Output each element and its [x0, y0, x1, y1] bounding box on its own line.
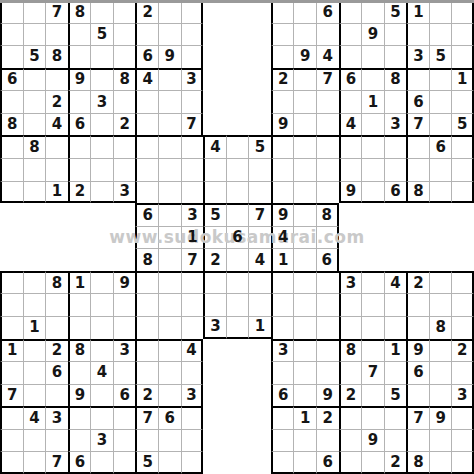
- cell-r17c18[interactable]: [406, 384, 429, 407]
- cell-r16c1[interactable]: [23, 361, 46, 384]
- cell-r20c8[interactable]: [181, 451, 204, 474]
- cell-r20c19[interactable]: [429, 451, 452, 474]
- cell-r16c7[interactable]: [158, 361, 181, 384]
- cell-r1c0[interactable]: [0, 23, 23, 46]
- cell-r3c16[interactable]: [361, 68, 384, 91]
- cell-r14c14[interactable]: [316, 316, 339, 339]
- cell-r13c17[interactable]: [384, 293, 407, 316]
- cell-r8c11[interactable]: [248, 181, 271, 204]
- cell-r5c17[interactable]: 3: [384, 113, 407, 136]
- cell-r0c15[interactable]: [339, 0, 362, 23]
- cell-r13c15[interactable]: [339, 293, 362, 316]
- cell-r7c13[interactable]: [293, 158, 316, 181]
- cell-r9c14[interactable]: 8: [316, 203, 339, 226]
- cell-r7c16[interactable]: [361, 158, 384, 181]
- cell-r4c12[interactable]: [271, 90, 294, 113]
- cell-r0c13[interactable]: [293, 0, 316, 23]
- cell-r7c11[interactable]: [248, 158, 271, 181]
- cell-r7c20[interactable]: [451, 158, 474, 181]
- cell-r16c20[interactable]: [451, 361, 474, 384]
- cell-r16c13[interactable]: [293, 361, 316, 384]
- cell-r18c15[interactable]: [339, 406, 362, 429]
- cell-r18c20[interactable]: [451, 406, 474, 429]
- cell-r1c2[interactable]: [45, 23, 68, 46]
- cell-r7c18[interactable]: [406, 158, 429, 181]
- cell-r12c16[interactable]: [361, 271, 384, 294]
- cell-r15c19[interactable]: [429, 339, 452, 362]
- cell-r8c12[interactable]: [271, 181, 294, 204]
- cell-r4c2[interactable]: 2: [45, 90, 68, 113]
- cell-r9c10[interactable]: [226, 203, 249, 226]
- cell-r6c4[interactable]: [90, 135, 113, 158]
- cell-r15c18[interactable]: 9: [406, 339, 429, 362]
- cell-r12c7[interactable]: [158, 271, 181, 294]
- cell-r9c6[interactable]: 6: [135, 203, 158, 226]
- cell-r5c18[interactable]: 7: [406, 113, 429, 136]
- cell-r15c17[interactable]: 1: [384, 339, 407, 362]
- cell-r12c3[interactable]: 1: [68, 271, 91, 294]
- cell-r16c18[interactable]: 6: [406, 361, 429, 384]
- cell-r0c3[interactable]: 8: [68, 0, 91, 23]
- cell-r8c0[interactable]: [0, 181, 23, 204]
- cell-r19c4[interactable]: 3: [90, 429, 113, 452]
- cell-r3c20[interactable]: 1: [451, 68, 474, 91]
- cell-r13c16[interactable]: [361, 293, 384, 316]
- cell-r16c5[interactable]: [113, 361, 136, 384]
- cell-r5c1[interactable]: [23, 113, 46, 136]
- cell-r8c3[interactable]: 2: [68, 181, 91, 204]
- cell-r7c12[interactable]: [271, 158, 294, 181]
- cell-r17c15[interactable]: 2: [339, 384, 362, 407]
- cell-r17c8[interactable]: 3: [181, 384, 204, 407]
- cell-r20c18[interactable]: 8: [406, 451, 429, 474]
- cell-r2c18[interactable]: 3: [406, 45, 429, 68]
- cell-r12c0[interactable]: [0, 271, 23, 294]
- cell-r14c16[interactable]: [361, 316, 384, 339]
- cell-r18c17[interactable]: [384, 406, 407, 429]
- cell-r16c19[interactable]: [429, 361, 452, 384]
- cell-r4c18[interactable]: 6: [406, 90, 429, 113]
- cell-r4c6[interactable]: [135, 90, 158, 113]
- cell-r18c5[interactable]: [113, 406, 136, 429]
- cell-r9c12[interactable]: 9: [271, 203, 294, 226]
- cell-r8c6[interactable]: [135, 181, 158, 204]
- cell-r10c10[interactable]: 6: [226, 226, 249, 249]
- cell-r6c13[interactable]: [293, 135, 316, 158]
- cell-r4c13[interactable]: [293, 90, 316, 113]
- cell-r18c8[interactable]: [181, 406, 204, 429]
- cell-r14c13[interactable]: [293, 316, 316, 339]
- cell-r7c10[interactable]: [226, 158, 249, 181]
- cell-r6c2[interactable]: [45, 135, 68, 158]
- cell-r4c7[interactable]: [158, 90, 181, 113]
- cell-r12c6[interactable]: [135, 271, 158, 294]
- cell-r3c13[interactable]: [293, 68, 316, 91]
- cell-r3c1[interactable]: [23, 68, 46, 91]
- cell-r13c8[interactable]: [181, 293, 204, 316]
- cell-r17c16[interactable]: [361, 384, 384, 407]
- cell-r20c17[interactable]: 2: [384, 451, 407, 474]
- cell-r6c7[interactable]: [158, 135, 181, 158]
- cell-r5c2[interactable]: 4: [45, 113, 68, 136]
- cell-r2c17[interactable]: [384, 45, 407, 68]
- cell-r8c14[interactable]: [316, 181, 339, 204]
- cell-r12c20[interactable]: [451, 271, 474, 294]
- cell-r1c17[interactable]: [384, 23, 407, 46]
- cell-r1c5[interactable]: [113, 23, 136, 46]
- cell-r3c3[interactable]: 9: [68, 68, 91, 91]
- cell-r18c14[interactable]: 2: [316, 406, 339, 429]
- cell-r1c8[interactable]: [181, 23, 204, 46]
- cell-r20c2[interactable]: 7: [45, 451, 68, 474]
- cell-r8c18[interactable]: 8: [406, 181, 429, 204]
- cell-r7c1[interactable]: [23, 158, 46, 181]
- cell-r0c5[interactable]: [113, 0, 136, 23]
- cell-r11c12[interactable]: 1: [271, 248, 294, 271]
- cell-r0c6[interactable]: 2: [135, 0, 158, 23]
- cell-r13c14[interactable]: [316, 293, 339, 316]
- cell-r6c17[interactable]: [384, 135, 407, 158]
- cell-r6c16[interactable]: [361, 135, 384, 158]
- cell-r9c7[interactable]: [158, 203, 181, 226]
- cell-r8c8[interactable]: [181, 181, 204, 204]
- cell-r13c18[interactable]: [406, 293, 429, 316]
- cell-r12c4[interactable]: [90, 271, 113, 294]
- cell-r18c16[interactable]: [361, 406, 384, 429]
- cell-r4c14[interactable]: [316, 90, 339, 113]
- cell-r19c1[interactable]: [23, 429, 46, 452]
- cell-r8c19[interactable]: [429, 181, 452, 204]
- cell-r17c13[interactable]: [293, 384, 316, 407]
- cell-r2c1[interactable]: 5: [23, 45, 46, 68]
- cell-r18c0[interactable]: [0, 406, 23, 429]
- cell-r19c16[interactable]: 9: [361, 429, 384, 452]
- cell-r14c4[interactable]: [90, 316, 113, 339]
- cell-r3c0[interactable]: 6: [0, 68, 23, 91]
- cell-r1c14[interactable]: [316, 23, 339, 46]
- cell-r5c6[interactable]: [135, 113, 158, 136]
- cell-r17c17[interactable]: 5: [384, 384, 407, 407]
- cell-r20c5[interactable]: [113, 451, 136, 474]
- cell-r20c15[interactable]: [339, 451, 362, 474]
- cell-r2c6[interactable]: 6: [135, 45, 158, 68]
- cell-r17c7[interactable]: [158, 384, 181, 407]
- cell-r4c16[interactable]: 1: [361, 90, 384, 113]
- cell-r2c5[interactable]: [113, 45, 136, 68]
- cell-r6c18[interactable]: [406, 135, 429, 158]
- cell-r5c4[interactable]: [90, 113, 113, 136]
- cell-r18c6[interactable]: 7: [135, 406, 158, 429]
- cell-r13c11[interactable]: [248, 293, 271, 316]
- cell-r10c11[interactable]: [248, 226, 271, 249]
- cell-r3c18[interactable]: [406, 68, 429, 91]
- cell-r12c5[interactable]: 9: [113, 271, 136, 294]
- cell-r18c1[interactable]: 4: [23, 406, 46, 429]
- cell-r14c10[interactable]: [226, 316, 249, 339]
- cell-r7c7[interactable]: [158, 158, 181, 181]
- cell-r10c6[interactable]: [135, 226, 158, 249]
- cell-r20c1[interactable]: [23, 451, 46, 474]
- cell-r7c6[interactable]: [135, 158, 158, 181]
- cell-r9c13[interactable]: [293, 203, 316, 226]
- cell-r17c6[interactable]: 2: [135, 384, 158, 407]
- cell-r19c6[interactable]: [135, 429, 158, 452]
- cell-r13c3[interactable]: [68, 293, 91, 316]
- cell-r3c15[interactable]: 6: [339, 68, 362, 91]
- cell-r5c19[interactable]: [429, 113, 452, 136]
- cell-r2c13[interactable]: 9: [293, 45, 316, 68]
- cell-r19c12[interactable]: [271, 429, 294, 452]
- cell-r14c0[interactable]: [0, 316, 23, 339]
- cell-r20c7[interactable]: [158, 451, 181, 474]
- cell-r16c4[interactable]: 4: [90, 361, 113, 384]
- cell-r15c5[interactable]: 3: [113, 339, 136, 362]
- cell-r10c9[interactable]: [203, 226, 226, 249]
- cell-r4c1[interactable]: [23, 90, 46, 113]
- cell-r8c17[interactable]: 6: [384, 181, 407, 204]
- cell-r14c9[interactable]: 3: [203, 316, 226, 339]
- cell-r4c5[interactable]: [113, 90, 136, 113]
- cell-r4c0[interactable]: [0, 90, 23, 113]
- cell-r6c6[interactable]: [135, 135, 158, 158]
- cell-r6c14[interactable]: [316, 135, 339, 158]
- cell-r2c7[interactable]: 9: [158, 45, 181, 68]
- cell-r8c4[interactable]: [90, 181, 113, 204]
- cell-r14c17[interactable]: [384, 316, 407, 339]
- cell-r19c2[interactable]: [45, 429, 68, 452]
- cell-r8c20[interactable]: [451, 181, 474, 204]
- cell-r14c8[interactable]: [181, 316, 204, 339]
- cell-r4c4[interactable]: 3: [90, 90, 113, 113]
- cell-r13c13[interactable]: [293, 293, 316, 316]
- cell-r14c5[interactable]: [113, 316, 136, 339]
- cell-r2c2[interactable]: 8: [45, 45, 68, 68]
- cell-r11c10[interactable]: [226, 248, 249, 271]
- cell-r16c2[interactable]: 6: [45, 361, 68, 384]
- cell-r15c20[interactable]: 2: [451, 339, 474, 362]
- cell-r7c9[interactable]: [203, 158, 226, 181]
- cell-r0c14[interactable]: 6: [316, 0, 339, 23]
- cell-r15c8[interactable]: 4: [181, 339, 204, 362]
- cell-r7c4[interactable]: [90, 158, 113, 181]
- cell-r16c16[interactable]: 7: [361, 361, 384, 384]
- cell-r15c1[interactable]: [23, 339, 46, 362]
- cell-r0c7[interactable]: [158, 0, 181, 23]
- cell-r10c12[interactable]: 4: [271, 226, 294, 249]
- cell-r8c2[interactable]: 1: [45, 181, 68, 204]
- cell-r15c15[interactable]: 8: [339, 339, 362, 362]
- cell-r18c18[interactable]: 7: [406, 406, 429, 429]
- cell-r15c4[interactable]: [90, 339, 113, 362]
- cell-r14c11[interactable]: 1: [248, 316, 271, 339]
- cell-r6c9[interactable]: 4: [203, 135, 226, 158]
- cell-r10c8[interactable]: 1: [181, 226, 204, 249]
- cell-r3c8[interactable]: 3: [181, 68, 204, 91]
- cell-r2c14[interactable]: 4: [316, 45, 339, 68]
- cell-r1c19[interactable]: [429, 23, 452, 46]
- cell-r14c2[interactable]: [45, 316, 68, 339]
- cell-r14c3[interactable]: [68, 316, 91, 339]
- cell-r0c12[interactable]: [271, 0, 294, 23]
- cell-r18c12[interactable]: [271, 406, 294, 429]
- cell-r5c20[interactable]: 5: [451, 113, 474, 136]
- cell-r3c7[interactable]: [158, 68, 181, 91]
- cell-r12c14[interactable]: [316, 271, 339, 294]
- cell-r13c9[interactable]: [203, 293, 226, 316]
- cell-r3c14[interactable]: 7: [316, 68, 339, 91]
- cell-r0c17[interactable]: 5: [384, 0, 407, 23]
- cell-r6c8[interactable]: [181, 135, 204, 158]
- cell-r18c7[interactable]: 6: [158, 406, 181, 429]
- cell-r3c2[interactable]: [45, 68, 68, 91]
- cell-r7c14[interactable]: [316, 158, 339, 181]
- cell-r11c14[interactable]: 6: [316, 248, 339, 271]
- cell-r3c6[interactable]: 4: [135, 68, 158, 91]
- cell-r2c19[interactable]: 5: [429, 45, 452, 68]
- cell-r15c3[interactable]: 8: [68, 339, 91, 362]
- cell-r14c1[interactable]: 1: [23, 316, 46, 339]
- cell-r12c12[interactable]: [271, 271, 294, 294]
- cell-r9c9[interactable]: 5: [203, 203, 226, 226]
- cell-r2c16[interactable]: [361, 45, 384, 68]
- cell-r2c3[interactable]: [68, 45, 91, 68]
- cell-r9c11[interactable]: 7: [248, 203, 271, 226]
- cell-r5c12[interactable]: 9: [271, 113, 294, 136]
- cell-r7c0[interactable]: [0, 158, 23, 181]
- cell-r12c17[interactable]: 4: [384, 271, 407, 294]
- cell-r6c11[interactable]: 5: [248, 135, 271, 158]
- cell-r1c20[interactable]: [451, 23, 474, 46]
- cell-r16c8[interactable]: [181, 361, 204, 384]
- cell-r4c15[interactable]: [339, 90, 362, 113]
- cell-r20c12[interactable]: [271, 451, 294, 474]
- cell-r2c20[interactable]: [451, 45, 474, 68]
- cell-r18c4[interactable]: [90, 406, 113, 429]
- cell-r1c1[interactable]: [23, 23, 46, 46]
- cell-r20c13[interactable]: [293, 451, 316, 474]
- cell-r10c14[interactable]: [316, 226, 339, 249]
- cell-r11c7[interactable]: [158, 248, 181, 271]
- cell-r4c17[interactable]: [384, 90, 407, 113]
- cell-r16c0[interactable]: [0, 361, 23, 384]
- cell-r16c12[interactable]: [271, 361, 294, 384]
- cell-r8c13[interactable]: [293, 181, 316, 204]
- cell-r14c20[interactable]: [451, 316, 474, 339]
- cell-r6c12[interactable]: [271, 135, 294, 158]
- cell-r13c19[interactable]: [429, 293, 452, 316]
- cell-r12c1[interactable]: [23, 271, 46, 294]
- cell-r15c16[interactable]: [361, 339, 384, 362]
- cell-r19c8[interactable]: [181, 429, 204, 452]
- cell-r9c8[interactable]: 3: [181, 203, 204, 226]
- cell-r0c1[interactable]: [23, 0, 46, 23]
- cell-r12c8[interactable]: [181, 271, 204, 294]
- cell-r12c18[interactable]: 2: [406, 271, 429, 294]
- cell-r0c18[interactable]: 1: [406, 0, 429, 23]
- cell-r12c10[interactable]: [226, 271, 249, 294]
- cell-r6c5[interactable]: [113, 135, 136, 158]
- cell-r17c3[interactable]: 9: [68, 384, 91, 407]
- cell-r10c13[interactable]: [293, 226, 316, 249]
- cell-r0c16[interactable]: [361, 0, 384, 23]
- cell-r6c20[interactable]: [451, 135, 474, 158]
- cell-r20c16[interactable]: [361, 451, 384, 474]
- cell-r2c8[interactable]: [181, 45, 204, 68]
- cell-r0c4[interactable]: [90, 0, 113, 23]
- cell-r19c20[interactable]: [451, 429, 474, 452]
- cell-r19c5[interactable]: [113, 429, 136, 452]
- cell-r6c19[interactable]: 6: [429, 135, 452, 158]
- cell-r17c2[interactable]: [45, 384, 68, 407]
- cell-r0c20[interactable]: [451, 0, 474, 23]
- cell-r4c3[interactable]: [68, 90, 91, 113]
- cell-r0c2[interactable]: 7: [45, 0, 68, 23]
- cell-r3c19[interactable]: [429, 68, 452, 91]
- cell-r6c1[interactable]: 8: [23, 135, 46, 158]
- cell-r13c10[interactable]: [226, 293, 249, 316]
- cell-r14c12[interactable]: [271, 316, 294, 339]
- cell-r7c19[interactable]: [429, 158, 452, 181]
- cell-r5c15[interactable]: 4: [339, 113, 362, 136]
- cell-r3c12[interactable]: 2: [271, 68, 294, 91]
- cell-r2c0[interactable]: [0, 45, 23, 68]
- cell-r20c14[interactable]: 6: [316, 451, 339, 474]
- cell-r3c17[interactable]: 8: [384, 68, 407, 91]
- cell-r20c0[interactable]: [0, 451, 23, 474]
- cell-r19c17[interactable]: [384, 429, 407, 452]
- cell-r19c19[interactable]: [429, 429, 452, 452]
- cell-r17c19[interactable]: [429, 384, 452, 407]
- cell-r19c3[interactable]: [68, 429, 91, 452]
- cell-r18c2[interactable]: 3: [45, 406, 68, 429]
- cell-r20c3[interactable]: 6: [68, 451, 91, 474]
- cell-r12c11[interactable]: [248, 271, 271, 294]
- cell-r0c19[interactable]: [429, 0, 452, 23]
- cell-r13c6[interactable]: [135, 293, 158, 316]
- cell-r12c2[interactable]: 8: [45, 271, 68, 294]
- cell-r5c3[interactable]: 6: [68, 113, 91, 136]
- cell-r7c17[interactable]: [384, 158, 407, 181]
- cell-r18c13[interactable]: 1: [293, 406, 316, 429]
- cell-r12c19[interactable]: [429, 271, 452, 294]
- cell-r13c0[interactable]: [0, 293, 23, 316]
- cell-r4c8[interactable]: [181, 90, 204, 113]
- cell-r8c9[interactable]: [203, 181, 226, 204]
- cell-r12c9[interactable]: [203, 271, 226, 294]
- cell-r11c8[interactable]: 7: [181, 248, 204, 271]
- cell-r8c16[interactable]: [361, 181, 384, 204]
- cell-r1c13[interactable]: [293, 23, 316, 46]
- cell-r20c20[interactable]: [451, 451, 474, 474]
- cell-r14c15[interactable]: [339, 316, 362, 339]
- cell-r2c12[interactable]: [271, 45, 294, 68]
- cell-r15c7[interactable]: [158, 339, 181, 362]
- cell-r16c6[interactable]: [135, 361, 158, 384]
- cell-r5c16[interactable]: [361, 113, 384, 136]
- cell-r13c5[interactable]: [113, 293, 136, 316]
- cell-r1c15[interactable]: [339, 23, 362, 46]
- cell-r16c15[interactable]: [339, 361, 362, 384]
- cell-r11c9[interactable]: 2: [203, 248, 226, 271]
- cell-r17c14[interactable]: 9: [316, 384, 339, 407]
- cell-r13c7[interactable]: [158, 293, 181, 316]
- cell-r15c12[interactable]: 3: [271, 339, 294, 362]
- cell-r20c6[interactable]: 5: [135, 451, 158, 474]
- cell-r15c14[interactable]: [316, 339, 339, 362]
- cell-r13c12[interactable]: [271, 293, 294, 316]
- cell-r2c15[interactable]: [339, 45, 362, 68]
- cell-r1c16[interactable]: 9: [361, 23, 384, 46]
